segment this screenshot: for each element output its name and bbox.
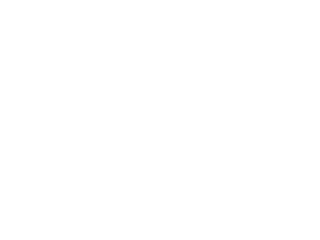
chinese-checkers-board — [0, 0, 240, 229]
scene — [0, 0, 240, 229]
